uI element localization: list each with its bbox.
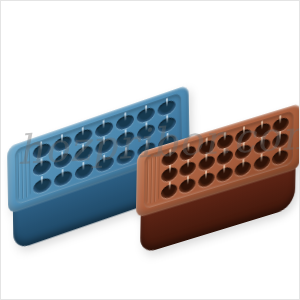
- tray-cavity: [158, 116, 176, 135]
- tray-cavity: [116, 130, 134, 149]
- tray-cavity: [95, 137, 113, 156]
- product-photo: hozpribor.com: [0, 0, 300, 300]
- tray-cavity: [198, 171, 214, 189]
- tray-cavity: [137, 123, 155, 142]
- tray-cavity: [235, 160, 251, 178]
- tray-cavity: [216, 166, 232, 184]
- tray-cavity: [75, 162, 93, 181]
- tray-end-ridges: [147, 155, 160, 204]
- tray-cavity: [117, 147, 135, 166]
- tray-cavity: [54, 152, 72, 171]
- tray-end-ridges: [18, 149, 31, 201]
- tray-cavity: [54, 169, 72, 188]
- tray-cavity: [33, 159, 51, 178]
- tray-cavity: [272, 149, 288, 167]
- tray-cavity: [253, 154, 269, 172]
- tray-cavity: [74, 145, 92, 164]
- tray-cavity: [179, 177, 195, 195]
- tray-cavity: [161, 183, 177, 201]
- tray-cavity: [96, 155, 114, 174]
- tray-cavity: [33, 176, 51, 195]
